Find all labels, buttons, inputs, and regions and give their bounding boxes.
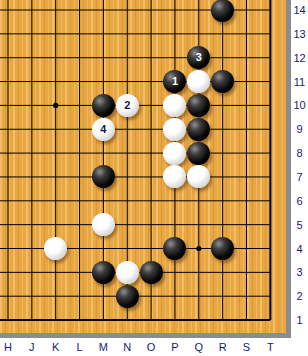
go-board[interactable]: 3124 <box>0 0 286 333</box>
col-label-t: T <box>260 340 280 354</box>
col-label-r: R <box>213 340 233 354</box>
col-label-p: P <box>165 340 185 354</box>
col-label-o: O <box>141 340 161 354</box>
go-diagram: 3124 HJKLMNOPQRST 1413121110987654321 <box>0 0 308 356</box>
row-label-8: 8 <box>291 146 308 160</box>
row-label-11: 11 <box>291 75 308 89</box>
col-label-h: H <box>0 340 18 354</box>
white-stone-n10[interactable]: 2 <box>116 94 139 117</box>
star-point-q4 <box>196 246 201 251</box>
row-label-2: 2 <box>291 289 308 303</box>
row-label-12: 12 <box>291 51 308 65</box>
col-label-j: J <box>22 340 42 354</box>
col-label-m: M <box>93 340 113 354</box>
row-label-4: 4 <box>291 242 308 256</box>
col-label-n: N <box>117 340 137 354</box>
black-stone-r4[interactable] <box>211 237 234 260</box>
move-number-label: 3 <box>196 52 202 63</box>
black-stone-m10[interactable] <box>92 94 115 117</box>
white-stone-m9[interactable]: 4 <box>92 118 115 141</box>
row-label-9: 9 <box>291 122 308 136</box>
move-number-label: 2 <box>124 100 130 111</box>
star-point-k10 <box>53 103 58 108</box>
row-label-3: 3 <box>291 265 308 279</box>
row-label-10: 10 <box>291 98 308 112</box>
black-stone-q8[interactable] <box>187 142 210 165</box>
board-shadow-band: 3124 <box>0 0 291 338</box>
black-stone-m3[interactable] <box>92 261 115 284</box>
col-label-k: K <box>46 340 66 354</box>
black-stone-q9[interactable] <box>187 118 210 141</box>
row-label-13: 13 <box>291 27 308 41</box>
black-stone-o3[interactable] <box>140 261 163 284</box>
white-stone-n3[interactable] <box>116 261 139 284</box>
row-label-1: 1 <box>291 313 308 327</box>
col-label-l: L <box>70 340 90 354</box>
black-stone-r14[interactable] <box>211 0 234 22</box>
col-label-s: S <box>237 340 257 354</box>
board-grid <box>0 0 286 333</box>
white-stone-m5[interactable] <box>92 213 115 236</box>
col-label-q: Q <box>189 340 209 354</box>
row-label-6: 6 <box>291 194 308 208</box>
move-number-label: 4 <box>100 124 106 135</box>
move-number-label: 1 <box>172 76 178 87</box>
row-label-14: 14 <box>291 3 308 17</box>
row-label-7: 7 <box>291 170 308 184</box>
white-stone-p8[interactable] <box>163 142 186 165</box>
row-label-5: 5 <box>291 218 308 232</box>
black-stone-n2[interactable] <box>116 285 139 308</box>
